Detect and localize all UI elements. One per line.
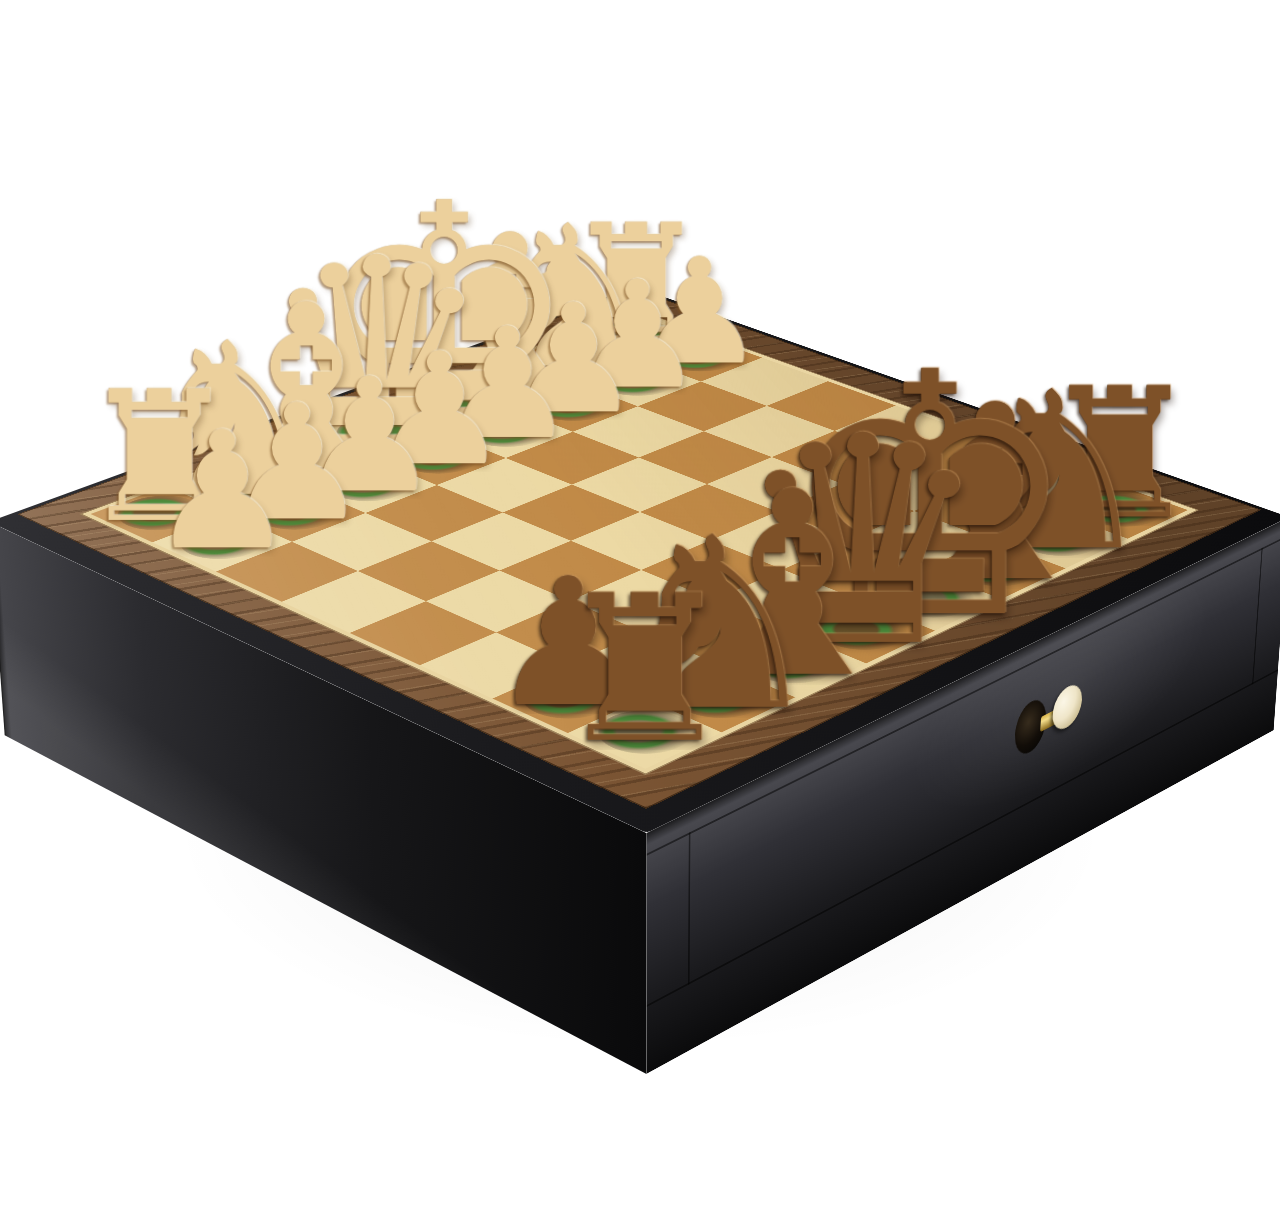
product-photo-canvas: ♜♞♝♛♚♝♞♜♟♟♟♟♟♟♟♟♟♜♞♝♛♚♝♞♜ xyxy=(0,0,1280,1216)
perspective-stage: ♜♞♝♛♚♝♞♜♟♟♟♟♟♟♟♟♟♜♞♝♛♚♝♞♜ xyxy=(0,0,1280,1216)
drawer-seam-left xyxy=(688,832,690,985)
drawer-seam-right xyxy=(1252,548,1263,685)
box-lid-seam xyxy=(0,522,6,736)
